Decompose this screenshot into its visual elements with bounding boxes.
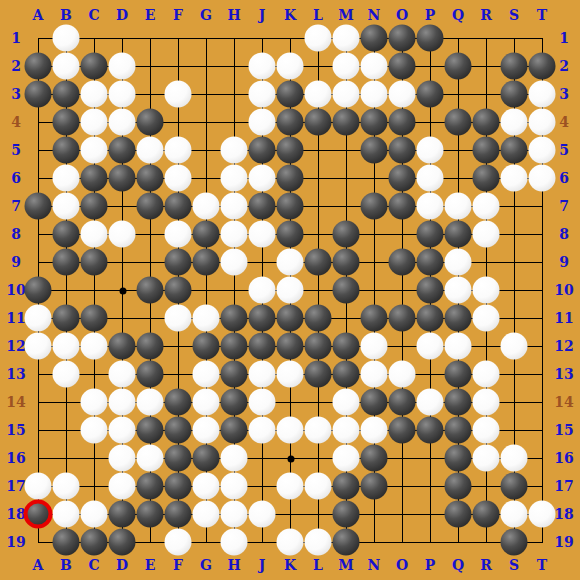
row-label-right-13: 13 (554, 367, 573, 381)
stone-black-F14[interactable] (165, 389, 192, 416)
row-label-right-2: 2 (559, 59, 569, 73)
stone-white-G13[interactable] (193, 361, 220, 388)
stone-white-D15[interactable] (109, 417, 136, 444)
stone-white-T5[interactable] (529, 137, 556, 164)
stone-white-N2[interactable] (361, 53, 388, 80)
stone-black-N17[interactable] (361, 473, 388, 500)
stone-black-T2[interactable] (529, 53, 556, 80)
stone-white-T3[interactable] (529, 81, 556, 108)
row-label-right-6: 6 (559, 171, 569, 185)
stone-white-M2[interactable] (333, 53, 360, 80)
stone-black-O6[interactable] (389, 165, 416, 192)
stone-black-S2[interactable] (501, 53, 528, 80)
row-label-right-5: 5 (559, 143, 569, 157)
row-label-right-4: 4 (559, 115, 569, 129)
stone-black-N16[interactable] (361, 445, 388, 472)
col-label-top-E: E (145, 8, 156, 22)
row-label-left-10: 10 (6, 283, 25, 297)
stone-white-D2[interactable] (109, 53, 136, 80)
stone-white-G18[interactable] (193, 501, 220, 528)
stone-white-S16[interactable] (501, 445, 528, 472)
stone-black-D6[interactable] (109, 165, 136, 192)
stone-white-A17[interactable] (25, 473, 52, 500)
stone-black-O4[interactable] (389, 109, 416, 136)
stone-white-A11[interactable] (25, 305, 52, 332)
stone-black-H13[interactable] (221, 361, 248, 388)
stone-white-N13[interactable] (361, 361, 388, 388)
stone-white-B13[interactable] (53, 361, 80, 388)
stone-black-N4[interactable] (361, 109, 388, 136)
col-label-bottom-K: K (284, 558, 296, 572)
col-label-top-C: C (88, 8, 99, 22)
col-label-top-O: O (396, 8, 408, 22)
stone-black-A7[interactable] (25, 193, 52, 220)
row-label-right-11: 11 (554, 311, 573, 325)
stone-black-R18[interactable] (473, 501, 500, 528)
stone-white-F19[interactable] (165, 529, 192, 556)
row-label-left-3: 3 (11, 87, 21, 101)
stone-black-M17[interactable] (333, 473, 360, 500)
stone-black-O9[interactable] (389, 249, 416, 276)
row-label-left-9: 9 (11, 255, 21, 269)
stone-black-P1[interactable] (417, 25, 444, 52)
stone-white-G11[interactable] (193, 305, 220, 332)
stone-black-E10[interactable] (137, 277, 164, 304)
stone-black-J11[interactable] (249, 305, 276, 332)
stone-black-S3[interactable] (501, 81, 528, 108)
stone-white-R15[interactable] (473, 417, 500, 444)
stone-black-M9[interactable] (333, 249, 360, 276)
stone-black-M8[interactable] (333, 221, 360, 248)
stone-black-D19[interactable] (109, 529, 136, 556)
star-point-D10 (119, 287, 126, 294)
row-label-left-2: 2 (11, 59, 21, 73)
stone-black-Q13[interactable] (445, 361, 472, 388)
stone-white-R16[interactable] (473, 445, 500, 472)
stone-white-J3[interactable] (249, 81, 276, 108)
stone-white-Q10[interactable] (445, 277, 472, 304)
stone-black-R6[interactable] (473, 165, 500, 192)
stone-white-S18[interactable] (501, 501, 528, 528)
stone-black-G12[interactable] (193, 333, 220, 360)
stone-white-L3[interactable] (305, 81, 332, 108)
go-board[interactable]: AA11BB22CC33DD44EE55FF66GG77HH88JJ99KK10… (0, 0, 580, 580)
stone-black-F15[interactable] (165, 417, 192, 444)
stone-white-C5[interactable] (81, 137, 108, 164)
stone-black-D12[interactable] (109, 333, 136, 360)
stone-black-D5[interactable] (109, 137, 136, 164)
stone-black-P15[interactable] (417, 417, 444, 444)
stone-white-D16[interactable] (109, 445, 136, 472)
stone-black-K12[interactable] (277, 333, 304, 360)
stone-black-M10[interactable] (333, 277, 360, 304)
stone-black-E12[interactable] (137, 333, 164, 360)
stone-white-K9[interactable] (277, 249, 304, 276)
col-label-top-F: F (173, 8, 183, 22)
stone-white-J10[interactable] (249, 277, 276, 304)
stone-white-J13[interactable] (249, 361, 276, 388)
stone-white-B7[interactable] (53, 193, 80, 220)
stone-black-N11[interactable] (361, 305, 388, 332)
stone-white-P14[interactable] (417, 389, 444, 416)
col-label-top-T: T (537, 8, 547, 22)
stone-white-M16[interactable] (333, 445, 360, 472)
stone-white-E16[interactable] (137, 445, 164, 472)
col-label-top-P: P (425, 8, 436, 22)
stone-black-E18[interactable] (137, 501, 164, 528)
stone-white-D14[interactable] (109, 389, 136, 416)
col-label-bottom-G: G (200, 558, 212, 572)
stone-black-O11[interactable] (389, 305, 416, 332)
stone-black-G8[interactable] (193, 221, 220, 248)
stone-white-E14[interactable] (137, 389, 164, 416)
stone-white-J2[interactable] (249, 53, 276, 80)
stone-white-C8[interactable] (81, 221, 108, 248)
row-label-right-14: 14 (554, 395, 573, 409)
stone-white-J4[interactable] (249, 109, 276, 136)
stone-black-H11[interactable] (221, 305, 248, 332)
stone-white-R8[interactable] (473, 221, 500, 248)
stone-black-K4[interactable] (277, 109, 304, 136)
stone-black-B3[interactable] (53, 81, 80, 108)
stone-white-H16[interactable] (221, 445, 248, 472)
col-label-top-B: B (60, 8, 72, 22)
stone-white-J18[interactable] (249, 501, 276, 528)
stone-white-K17[interactable] (277, 473, 304, 500)
stone-black-F17[interactable] (165, 473, 192, 500)
stone-black-C19[interactable] (81, 529, 108, 556)
stone-white-O3[interactable] (389, 81, 416, 108)
row-label-left-12: 12 (6, 339, 25, 353)
stone-white-E5[interactable] (137, 137, 164, 164)
col-label-top-L: L (313, 8, 323, 22)
stone-white-H6[interactable] (221, 165, 248, 192)
stone-black-L11[interactable] (305, 305, 332, 332)
stone-black-D18[interactable] (109, 501, 136, 528)
stone-white-B6[interactable] (53, 165, 80, 192)
stone-white-Q12[interactable] (445, 333, 472, 360)
stone-black-K5[interactable] (277, 137, 304, 164)
stone-black-K7[interactable] (277, 193, 304, 220)
stone-white-B2[interactable] (53, 53, 80, 80)
stone-black-H12[interactable] (221, 333, 248, 360)
stone-white-O13[interactable] (389, 361, 416, 388)
stone-white-F8[interactable] (165, 221, 192, 248)
stone-white-K2[interactable] (277, 53, 304, 80)
stone-black-L9[interactable] (305, 249, 332, 276)
stone-black-J12[interactable] (249, 333, 276, 360)
stone-black-O14[interactable] (389, 389, 416, 416)
stone-white-F3[interactable] (165, 81, 192, 108)
stone-black-C11[interactable] (81, 305, 108, 332)
stone-white-L19[interactable] (305, 529, 332, 556)
col-label-bottom-L: L (313, 558, 323, 572)
row-label-left-6: 6 (11, 171, 21, 185)
stone-white-R10[interactable] (473, 277, 500, 304)
col-label-top-S: S (509, 8, 519, 22)
stone-black-P11[interactable] (417, 305, 444, 332)
stone-black-B5[interactable] (53, 137, 80, 164)
stone-black-L13[interactable] (305, 361, 332, 388)
stone-white-H19[interactable] (221, 529, 248, 556)
stone-black-S17[interactable] (501, 473, 528, 500)
row-label-right-19: 19 (554, 535, 573, 549)
row-label-right-16: 16 (554, 451, 573, 465)
stone-black-F7[interactable] (165, 193, 192, 220)
stone-black-M18[interactable] (333, 501, 360, 528)
col-label-top-Q: Q (452, 8, 464, 22)
stone-white-R14[interactable] (473, 389, 500, 416)
stone-white-P5[interactable] (417, 137, 444, 164)
col-label-bottom-Q: Q (452, 558, 464, 572)
stone-white-B12[interactable] (53, 333, 80, 360)
stone-black-P8[interactable] (417, 221, 444, 248)
stone-black-E13[interactable] (137, 361, 164, 388)
stone-white-C3[interactable] (81, 81, 108, 108)
stone-white-F6[interactable] (165, 165, 192, 192)
stone-white-T18[interactable] (529, 501, 556, 528)
stone-black-P10[interactable] (417, 277, 444, 304)
col-label-top-D: D (116, 8, 128, 22)
stone-white-N15[interactable] (361, 417, 388, 444)
stone-white-H5[interactable] (221, 137, 248, 164)
stone-black-O7[interactable] (389, 193, 416, 220)
stone-white-B1[interactable] (53, 25, 80, 52)
col-label-bottom-N: N (368, 558, 381, 572)
stone-black-P3[interactable] (417, 81, 444, 108)
row-label-right-1: 1 (559, 31, 569, 45)
stone-black-Q14[interactable] (445, 389, 472, 416)
row-label-right-12: 12 (554, 339, 573, 353)
stone-black-R5[interactable] (473, 137, 500, 164)
stone-black-B19[interactable] (53, 529, 80, 556)
stone-black-B11[interactable] (53, 305, 80, 332)
stone-black-Q16[interactable] (445, 445, 472, 472)
stone-black-N5[interactable] (361, 137, 388, 164)
stone-black-J5[interactable] (249, 137, 276, 164)
stone-black-C2[interactable] (81, 53, 108, 80)
stone-black-A2[interactable] (25, 53, 52, 80)
col-label-top-J: J (259, 8, 266, 22)
row-label-right-3: 3 (559, 87, 569, 101)
stone-white-L15[interactable] (305, 417, 332, 444)
stone-white-L17[interactable] (305, 473, 332, 500)
stone-black-F16[interactable] (165, 445, 192, 472)
col-label-bottom-O: O (396, 558, 408, 572)
stone-black-J7[interactable] (249, 193, 276, 220)
stone-white-C14[interactable] (81, 389, 108, 416)
stone-white-G7[interactable] (193, 193, 220, 220)
stone-white-T4[interactable] (529, 109, 556, 136)
stone-black-Q17[interactable] (445, 473, 472, 500)
stone-black-Q2[interactable] (445, 53, 472, 80)
stone-white-H8[interactable] (221, 221, 248, 248)
stone-black-O2[interactable] (389, 53, 416, 80)
stone-white-K19[interactable] (277, 529, 304, 556)
col-label-top-G: G (200, 8, 212, 22)
stone-black-K6[interactable] (277, 165, 304, 192)
stone-white-G14[interactable] (193, 389, 220, 416)
stone-black-M4[interactable] (333, 109, 360, 136)
row-label-left-5: 5 (11, 143, 21, 157)
stone-black-F10[interactable] (165, 277, 192, 304)
stone-white-A12[interactable] (25, 333, 52, 360)
stone-white-C18[interactable] (81, 501, 108, 528)
stone-white-H18[interactable] (221, 501, 248, 528)
stone-white-D3[interactable] (109, 81, 136, 108)
stone-white-M1[interactable] (333, 25, 360, 52)
stone-white-J8[interactable] (249, 221, 276, 248)
stone-black-E15[interactable] (137, 417, 164, 444)
stone-white-C4[interactable] (81, 109, 108, 136)
stone-black-K8[interactable] (277, 221, 304, 248)
stone-black-O1[interactable] (389, 25, 416, 52)
stone-white-D13[interactable] (109, 361, 136, 388)
stone-black-G9[interactable] (193, 249, 220, 276)
row-label-right-7: 7 (559, 199, 569, 213)
stone-black-B8[interactable] (53, 221, 80, 248)
row-label-right-8: 8 (559, 227, 569, 241)
stone-white-M3[interactable] (333, 81, 360, 108)
stone-black-Q11[interactable] (445, 305, 472, 332)
stone-white-M15[interactable] (333, 417, 360, 444)
stone-white-M14[interactable] (333, 389, 360, 416)
stone-black-K3[interactable] (277, 81, 304, 108)
stone-white-P12[interactable] (417, 333, 444, 360)
stone-black-E7[interactable] (137, 193, 164, 220)
col-label-bottom-D: D (116, 558, 128, 572)
stone-black-F18[interactable] (165, 501, 192, 528)
stone-white-C12[interactable] (81, 333, 108, 360)
row-label-left-17: 17 (6, 479, 25, 493)
row-label-left-19: 19 (6, 535, 25, 549)
last-move-marker (24, 500, 53, 529)
col-label-top-N: N (368, 8, 381, 22)
col-label-top-R: R (480, 8, 492, 22)
stone-white-H7[interactable] (221, 193, 248, 220)
stone-white-J6[interactable] (249, 165, 276, 192)
stone-black-Q4[interactable] (445, 109, 472, 136)
stone-white-K15[interactable] (277, 417, 304, 444)
stone-black-R4[interactable] (473, 109, 500, 136)
stone-black-A3[interactable] (25, 81, 52, 108)
stone-white-D17[interactable] (109, 473, 136, 500)
stone-white-F11[interactable] (165, 305, 192, 332)
stone-black-N7[interactable] (361, 193, 388, 220)
row-label-right-18: 18 (554, 507, 573, 521)
stone-black-K11[interactable] (277, 305, 304, 332)
stone-white-H17[interactable] (221, 473, 248, 500)
stone-black-E17[interactable] (137, 473, 164, 500)
stone-white-R7[interactable] (473, 193, 500, 220)
stone-white-P7[interactable] (417, 193, 444, 220)
stone-black-C6[interactable] (81, 165, 108, 192)
stone-black-O15[interactable] (389, 417, 416, 444)
stone-white-D4[interactable] (109, 109, 136, 136)
stone-white-Q9[interactable] (445, 249, 472, 276)
stone-black-Q8[interactable] (445, 221, 472, 248)
stone-black-B9[interactable] (53, 249, 80, 276)
stone-white-N3[interactable] (361, 81, 388, 108)
stone-black-M19[interactable] (333, 529, 360, 556)
col-label-bottom-J: J (259, 558, 266, 572)
col-label-bottom-S: S (509, 558, 519, 572)
stone-black-N14[interactable] (361, 389, 388, 416)
stone-black-L12[interactable] (305, 333, 332, 360)
col-label-top-K: K (284, 8, 296, 22)
stone-white-S6[interactable] (501, 165, 528, 192)
stone-white-Q7[interactable] (445, 193, 472, 220)
col-label-bottom-P: P (425, 558, 436, 572)
stone-white-B17[interactable] (53, 473, 80, 500)
stone-black-P9[interactable] (417, 249, 444, 276)
stone-black-O5[interactable] (389, 137, 416, 164)
stone-black-E4[interactable] (137, 109, 164, 136)
stone-black-C9[interactable] (81, 249, 108, 276)
stone-black-Q15[interactable] (445, 417, 472, 444)
stone-white-S4[interactable] (501, 109, 528, 136)
stone-white-G17[interactable] (193, 473, 220, 500)
stone-black-L4[interactable] (305, 109, 332, 136)
row-label-left-4: 4 (11, 115, 21, 129)
stone-white-J15[interactable] (249, 417, 276, 444)
stone-white-G15[interactable] (193, 417, 220, 444)
row-label-right-15: 15 (554, 423, 573, 437)
row-label-left-11: 11 (6, 311, 25, 325)
stone-black-M13[interactable] (333, 361, 360, 388)
stone-white-B18[interactable] (53, 501, 80, 528)
stone-white-R13[interactable] (473, 361, 500, 388)
stone-white-L1[interactable] (305, 25, 332, 52)
col-label-bottom-T: T (537, 558, 547, 572)
stone-white-T6[interactable] (529, 165, 556, 192)
stone-black-C7[interactable] (81, 193, 108, 220)
stone-black-G16[interactable] (193, 445, 220, 472)
stone-black-A10[interactable] (25, 277, 52, 304)
stone-white-F5[interactable] (165, 137, 192, 164)
stone-black-S5[interactable] (501, 137, 528, 164)
stone-white-S12[interactable] (501, 333, 528, 360)
col-label-bottom-M: M (338, 558, 354, 572)
col-label-top-M: M (338, 8, 354, 22)
stone-black-B4[interactable] (53, 109, 80, 136)
stone-white-C15[interactable] (81, 417, 108, 444)
stone-black-E6[interactable] (137, 165, 164, 192)
col-label-bottom-R: R (480, 558, 492, 572)
row-label-right-17: 17 (554, 479, 573, 493)
stone-black-Q18[interactable] (445, 501, 472, 528)
stone-black-N1[interactable] (361, 25, 388, 52)
stone-black-H15[interactable] (221, 417, 248, 444)
col-label-bottom-B: B (60, 558, 72, 572)
stone-black-F9[interactable] (165, 249, 192, 276)
stone-white-H9[interactable] (221, 249, 248, 276)
stone-black-S19[interactable] (501, 529, 528, 556)
stone-white-N12[interactable] (361, 333, 388, 360)
row-label-left-13: 13 (6, 367, 25, 381)
stone-white-D8[interactable] (109, 221, 136, 248)
col-label-bottom-F: F (173, 558, 183, 572)
row-label-left-16: 16 (6, 451, 25, 465)
col-label-bottom-C: C (88, 558, 99, 572)
stone-white-K10[interactable] (277, 277, 304, 304)
stone-white-P6[interactable] (417, 165, 444, 192)
stone-white-K13[interactable] (277, 361, 304, 388)
stone-white-R11[interactable] (473, 305, 500, 332)
stone-black-M12[interactable] (333, 333, 360, 360)
stone-black-H14[interactable] (221, 389, 248, 416)
stone-white-J14[interactable] (249, 389, 276, 416)
